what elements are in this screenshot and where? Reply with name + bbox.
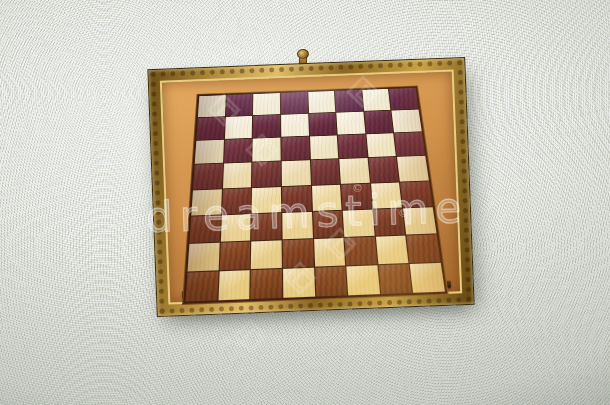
square-d7 <box>281 114 309 137</box>
square-d4 <box>282 185 312 211</box>
square-f2 <box>345 237 378 266</box>
square-d2 <box>282 239 313 268</box>
square-a4 <box>191 189 221 215</box>
square-h2 <box>407 234 441 263</box>
square-a7 <box>196 117 224 140</box>
square-e5 <box>310 159 340 184</box>
square-h6 <box>395 132 426 156</box>
square-g5 <box>368 157 399 182</box>
square-b5 <box>223 163 252 188</box>
square-a2 <box>188 242 220 271</box>
square-b1 <box>218 270 250 300</box>
square-h7 <box>392 110 422 133</box>
square-e6 <box>310 136 339 160</box>
square-h5 <box>397 156 428 181</box>
square-e8 <box>308 91 336 113</box>
square-h4 <box>400 181 432 207</box>
square-b6 <box>224 139 252 163</box>
chessboard <box>182 86 449 306</box>
square-e2 <box>314 238 346 267</box>
square-d6 <box>281 137 309 161</box>
square-f8 <box>335 90 363 112</box>
square-c6 <box>253 138 281 162</box>
square-c7 <box>253 115 280 138</box>
square-g1 <box>378 264 412 294</box>
square-h3 <box>403 207 436 234</box>
square-b3 <box>220 214 250 242</box>
square-f7 <box>336 112 365 135</box>
square-g3 <box>373 208 405 235</box>
square-g4 <box>371 182 403 208</box>
square-c5 <box>252 162 281 187</box>
square-a5 <box>193 164 223 189</box>
square-c4 <box>252 187 281 213</box>
square-b2 <box>219 241 250 270</box>
square-g7 <box>364 111 393 134</box>
square-d3 <box>282 212 312 239</box>
square-h8 <box>389 88 418 110</box>
square-f4 <box>341 183 372 209</box>
square-e7 <box>309 113 337 136</box>
square-b4 <box>222 188 252 214</box>
square-f5 <box>339 158 369 183</box>
square-h1 <box>410 263 445 293</box>
square-b8 <box>226 94 253 116</box>
square-a3 <box>189 215 220 243</box>
square-g8 <box>362 89 391 111</box>
wall: dreamstime © © <box>0 0 610 405</box>
square-c3 <box>251 213 281 241</box>
square-e3 <box>312 210 343 237</box>
square-b7 <box>225 116 253 139</box>
square-d5 <box>282 161 311 186</box>
square-g2 <box>376 235 409 264</box>
square-f3 <box>343 209 375 236</box>
square-a6 <box>195 140 224 164</box>
square-c8 <box>253 93 280 115</box>
square-a1 <box>185 271 218 301</box>
picture-frame <box>147 57 474 317</box>
square-f1 <box>346 265 379 295</box>
square-g6 <box>366 133 396 157</box>
board-perspective-wrapper <box>182 86 449 306</box>
square-c2 <box>251 240 282 269</box>
square-f6 <box>338 135 367 159</box>
square-a8 <box>198 95 226 117</box>
square-e1 <box>315 266 348 296</box>
square-e4 <box>311 184 341 210</box>
square-d1 <box>283 268 315 298</box>
square-c1 <box>251 269 282 299</box>
frame-mat <box>160 69 462 304</box>
watermark-logo-icon <box>238 324 262 348</box>
square-d8 <box>281 92 308 114</box>
